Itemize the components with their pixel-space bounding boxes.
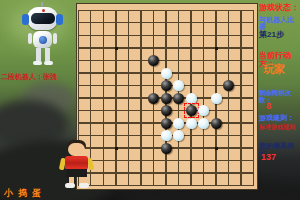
star-point [115,147,118,150]
white-stone [186,93,197,104]
black-stone [211,118,222,129]
white-stone [173,80,184,91]
robot-foot-right [44,61,53,65]
robot-chest-light [39,36,47,44]
white-stone [161,68,172,79]
black-stone [186,105,197,116]
white-stone [211,93,222,104]
robot-leg-right [45,48,50,61]
black-stone [173,93,184,104]
white-stone [198,118,209,129]
white-stone [186,118,197,129]
star-point [115,47,118,50]
rules-title: 游戏规则： [259,114,300,121]
black-stone [161,118,172,129]
robot-forehead-light [42,9,45,12]
robot-foot-left [33,61,42,65]
last-move-marker [184,103,199,118]
white-stone [173,130,184,141]
robot-leg-left [36,48,41,61]
black-stone [161,143,172,154]
star-point [215,147,218,150]
black-stone [148,55,159,66]
black-stone [148,93,159,104]
boy-head [68,143,85,156]
rules-value: 标准游戏规则 [259,124,300,130]
boy-shirt [65,156,88,170]
boy-shoe-left [65,183,75,188]
turn-value: 玩家 [263,64,300,76]
zen-stone [22,82,74,116]
robot-ear-right [56,14,63,25]
white-stone [198,105,209,116]
game-screen: 二段机器人：张强 小捣蛋 游戏状态： 与机器人比赛 第21步 当前行动方： 玩家… [0,0,300,200]
black-stone [161,93,172,104]
robot-avatar [18,2,68,70]
boy-shorts [66,169,87,177]
boy-shoe-right [79,183,89,188]
robot-arm-right [53,33,57,44]
white-stone [173,118,184,129]
star-point [215,47,218,50]
undo-count: 8 [266,102,300,111]
player-avatar [52,140,108,190]
status-title: 游戏状态： [259,4,300,12]
status-value: 与机器人比赛 [259,16,300,31]
player-name-label: 小捣蛋 [4,187,46,200]
robot-ear-left [22,14,29,25]
highscore-value: 137 [261,153,300,162]
robot-arm-left [28,33,32,44]
move-counter: 第21步 [259,31,300,39]
black-stone [223,80,234,91]
robot-name-label: 二段机器人：张强 [1,72,76,82]
white-stone [161,130,172,141]
robot-visor [31,13,55,24]
black-stone [161,105,172,116]
black-stone [161,80,172,91]
